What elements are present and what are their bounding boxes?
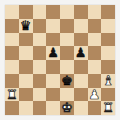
square-g6[interactable] <box>88 33 102 47</box>
square-a6[interactable] <box>5 33 19 47</box>
square-e3[interactable]: ♚ <box>60 74 74 88</box>
square-c4[interactable] <box>33 60 47 74</box>
square-d2[interactable] <box>46 88 60 102</box>
square-h2[interactable] <box>101 88 115 102</box>
square-h5[interactable] <box>101 46 115 60</box>
square-e6[interactable] <box>60 33 74 47</box>
square-f4[interactable] <box>74 60 88 74</box>
square-c2[interactable] <box>33 88 47 102</box>
square-h7[interactable] <box>101 19 115 33</box>
black-king: ♚ <box>61 74 73 88</box>
square-g4[interactable] <box>88 60 102 74</box>
white-bishop: ♝ <box>102 74 114 88</box>
square-g2[interactable]: ♟ <box>88 88 102 102</box>
square-b1[interactable] <box>19 101 33 115</box>
white-pawn: ♟ <box>89 88 101 102</box>
square-e8[interactable] <box>60 5 74 19</box>
square-f6[interactable] <box>74 33 88 47</box>
square-e4[interactable] <box>60 60 74 74</box>
black-pawn: ♟ <box>75 46 87 60</box>
chess-board-frame: ♛♟♟♚♝♜♟♚♜ <box>5 5 115 115</box>
square-c1[interactable] <box>33 101 47 115</box>
square-c7[interactable] <box>33 19 47 33</box>
square-d5[interactable]: ♟ <box>46 46 60 60</box>
square-b8[interactable] <box>19 5 33 19</box>
square-f7[interactable] <box>74 19 88 33</box>
square-h3[interactable]: ♝ <box>101 74 115 88</box>
square-h8[interactable] <box>101 5 115 19</box>
square-g1[interactable] <box>88 101 102 115</box>
square-a1[interactable] <box>5 101 19 115</box>
square-b6[interactable] <box>19 33 33 47</box>
square-d7[interactable] <box>46 19 60 33</box>
black-queen: ♛ <box>20 19 32 33</box>
square-f2[interactable] <box>74 88 88 102</box>
square-h4[interactable] <box>101 60 115 74</box>
square-e5[interactable] <box>60 46 74 60</box>
square-g3[interactable] <box>88 74 102 88</box>
chess-board: ♛♟♟♚♝♜♟♚♜ <box>5 5 115 115</box>
square-a4[interactable] <box>5 60 19 74</box>
white-king: ♚ <box>61 101 73 115</box>
square-b4[interactable] <box>19 60 33 74</box>
square-b7[interactable]: ♛ <box>19 19 33 33</box>
square-c5[interactable] <box>33 46 47 60</box>
square-c6[interactable] <box>33 33 47 47</box>
square-h6[interactable] <box>101 33 115 47</box>
square-f3[interactable] <box>74 74 88 88</box>
white-rook: ♜ <box>102 101 114 115</box>
black-pawn: ♟ <box>47 46 59 60</box>
square-g7[interactable] <box>88 19 102 33</box>
square-a5[interactable] <box>5 46 19 60</box>
square-e1[interactable]: ♚ <box>60 101 74 115</box>
square-c3[interactable] <box>33 74 47 88</box>
square-b5[interactable] <box>19 46 33 60</box>
square-a7[interactable] <box>5 19 19 33</box>
square-d8[interactable] <box>46 5 60 19</box>
square-e7[interactable] <box>60 19 74 33</box>
white-rook: ♜ <box>6 88 18 102</box>
square-d6[interactable] <box>46 33 60 47</box>
square-b3[interactable] <box>19 74 33 88</box>
square-c8[interactable] <box>33 5 47 19</box>
square-b2[interactable] <box>19 88 33 102</box>
square-d3[interactable] <box>46 74 60 88</box>
square-e2[interactable] <box>60 88 74 102</box>
square-a3[interactable] <box>5 74 19 88</box>
square-d4[interactable] <box>46 60 60 74</box>
square-d1[interactable] <box>46 101 60 115</box>
square-g5[interactable] <box>88 46 102 60</box>
square-a8[interactable] <box>5 5 19 19</box>
square-h1[interactable]: ♜ <box>101 101 115 115</box>
square-g8[interactable] <box>88 5 102 19</box>
square-a2[interactable]: ♜ <box>5 88 19 102</box>
square-f5[interactable]: ♟ <box>74 46 88 60</box>
square-f8[interactable] <box>74 5 88 19</box>
square-f1[interactable] <box>74 101 88 115</box>
